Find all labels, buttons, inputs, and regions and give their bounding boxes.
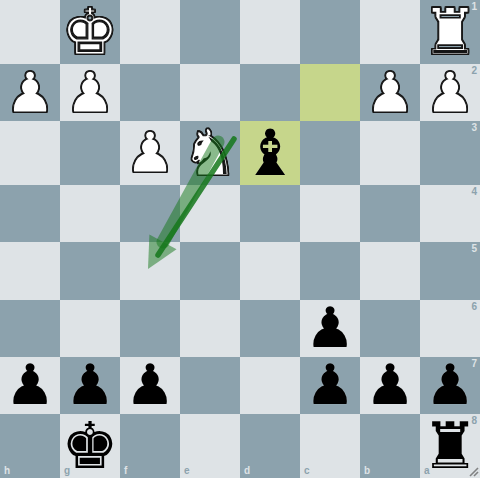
square-f3[interactable]: ♟ xyxy=(120,121,180,185)
square-e2[interactable] xyxy=(180,64,240,121)
square-b7[interactable]: ♟ xyxy=(360,357,420,414)
coord-file-d: d xyxy=(244,466,250,476)
square-h2[interactable]: ♟ xyxy=(0,64,60,121)
square-b2[interactable]: ♟ xyxy=(360,64,420,121)
chess-board: ♚♜1♟♟♟♟2♟♞♝345♟6♟♟♟♟♟♟7h♚gfedcb♜8a xyxy=(0,0,480,478)
white-pawn[interactable]: ♟ xyxy=(365,65,415,121)
square-c3[interactable] xyxy=(300,121,360,185)
square-d8[interactable]: d xyxy=(240,414,300,478)
square-f8[interactable]: f xyxy=(120,414,180,478)
black-pawn[interactable]: ♟ xyxy=(65,357,115,413)
square-h6[interactable] xyxy=(0,300,60,357)
square-e3[interactable]: ♞ xyxy=(180,121,240,185)
white-pawn[interactable]: ♟ xyxy=(425,65,475,121)
square-f6[interactable] xyxy=(120,300,180,357)
square-g2[interactable]: ♟ xyxy=(60,64,120,121)
square-d1[interactable] xyxy=(240,0,300,64)
square-g1[interactable]: ♚ xyxy=(60,0,120,64)
square-a2[interactable]: ♟2 xyxy=(420,64,480,121)
board-grid: ♚♜1♟♟♟♟2♟♞♝345♟6♟♟♟♟♟♟7h♚gfedcb♜8a xyxy=(0,0,480,478)
square-f5[interactable] xyxy=(120,242,180,299)
square-e7[interactable] xyxy=(180,357,240,414)
coord-file-c: c xyxy=(304,466,310,476)
black-pawn[interactable]: ♟ xyxy=(305,300,355,356)
white-rook[interactable]: ♜ xyxy=(421,0,478,64)
square-d4[interactable] xyxy=(240,185,300,242)
black-pawn[interactable]: ♟ xyxy=(125,357,175,413)
black-pawn[interactable]: ♟ xyxy=(305,357,355,413)
white-pawn[interactable]: ♟ xyxy=(5,65,55,121)
black-king[interactable]: ♚ xyxy=(61,414,118,478)
square-h5[interactable] xyxy=(0,242,60,299)
white-king[interactable]: ♚ xyxy=(61,0,118,64)
square-e8[interactable]: e xyxy=(180,414,240,478)
coord-rank-3: 3 xyxy=(471,123,477,133)
square-f2[interactable] xyxy=(120,64,180,121)
coord-file-b: b xyxy=(364,466,370,476)
square-h3[interactable] xyxy=(0,121,60,185)
square-d6[interactable] xyxy=(240,300,300,357)
square-c1[interactable] xyxy=(300,0,360,64)
white-pawn[interactable]: ♟ xyxy=(65,65,115,121)
square-c5[interactable] xyxy=(300,242,360,299)
square-h8[interactable]: h xyxy=(0,414,60,478)
square-c4[interactable] xyxy=(300,185,360,242)
coord-rank-5: 5 xyxy=(471,244,477,254)
square-f1[interactable] xyxy=(120,0,180,64)
square-d5[interactable] xyxy=(240,242,300,299)
coord-file-f: f xyxy=(124,466,127,476)
square-f4[interactable] xyxy=(120,185,180,242)
square-g3[interactable] xyxy=(60,121,120,185)
square-a4[interactable]: 4 xyxy=(420,185,480,242)
black-pawn[interactable]: ♟ xyxy=(425,357,475,413)
square-e1[interactable] xyxy=(180,0,240,64)
square-g6[interactable] xyxy=(60,300,120,357)
square-d2[interactable] xyxy=(240,64,300,121)
square-h7[interactable]: ♟ xyxy=(0,357,60,414)
square-b3[interactable] xyxy=(360,121,420,185)
board-resize-handle[interactable] xyxy=(467,465,479,477)
square-b8[interactable]: b xyxy=(360,414,420,478)
square-a1[interactable]: ♜1 xyxy=(420,0,480,64)
square-g7[interactable]: ♟ xyxy=(60,357,120,414)
black-pawn[interactable]: ♟ xyxy=(5,357,55,413)
square-d7[interactable] xyxy=(240,357,300,414)
coord-file-e: e xyxy=(184,466,190,476)
square-c8[interactable]: c xyxy=(300,414,360,478)
square-b5[interactable] xyxy=(360,242,420,299)
square-h1[interactable] xyxy=(0,0,60,64)
square-b6[interactable] xyxy=(360,300,420,357)
square-d3[interactable]: ♝ xyxy=(240,121,300,185)
square-g4[interactable] xyxy=(60,185,120,242)
coord-rank-6: 6 xyxy=(471,302,477,312)
square-e4[interactable] xyxy=(180,185,240,242)
square-a5[interactable]: 5 xyxy=(420,242,480,299)
square-g5[interactable] xyxy=(60,242,120,299)
white-pawn[interactable]: ♟ xyxy=(125,125,175,181)
square-h4[interactable] xyxy=(0,185,60,242)
coord-rank-4: 4 xyxy=(471,187,477,197)
square-a6[interactable]: 6 xyxy=(420,300,480,357)
square-e5[interactable] xyxy=(180,242,240,299)
square-g8[interactable]: ♚g xyxy=(60,414,120,478)
white-knight[interactable]: ♞ xyxy=(181,121,238,185)
square-c7[interactable]: ♟ xyxy=(300,357,360,414)
square-e6[interactable] xyxy=(180,300,240,357)
square-a3[interactable]: 3 xyxy=(420,121,480,185)
black-bishop[interactable]: ♝ xyxy=(241,121,298,185)
square-b1[interactable] xyxy=(360,0,420,64)
square-a7[interactable]: ♟7 xyxy=(420,357,480,414)
square-c6[interactable]: ♟ xyxy=(300,300,360,357)
square-f7[interactable]: ♟ xyxy=(120,357,180,414)
square-c2[interactable] xyxy=(300,64,360,121)
coord-file-h: h xyxy=(4,466,10,476)
black-pawn[interactable]: ♟ xyxy=(365,357,415,413)
square-b4[interactable] xyxy=(360,185,420,242)
